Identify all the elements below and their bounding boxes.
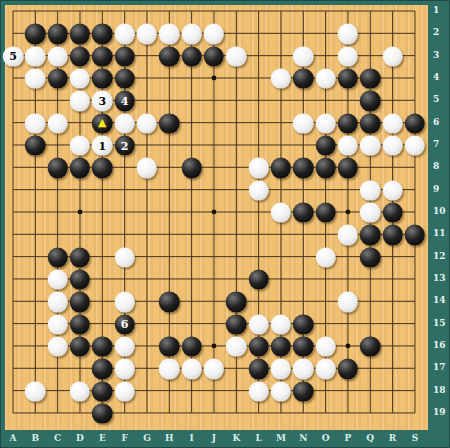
board-intersection-Q9[interactable] — [359, 178, 381, 200]
board-intersection-N9[interactable] — [292, 178, 314, 200]
board-intersection-L11[interactable] — [247, 223, 269, 245]
board-intersection-I9[interactable] — [180, 178, 202, 200]
board-intersection-C7[interactable] — [47, 134, 69, 156]
board-intersection-D8[interactable] — [69, 156, 91, 178]
board-intersection-F14[interactable] — [113, 290, 135, 312]
board-intersection-R14[interactable] — [381, 290, 403, 312]
board-intersection-F3[interactable] — [113, 45, 135, 67]
board-intersection-J4[interactable] — [203, 67, 225, 89]
board-intersection-S7[interactable] — [404, 134, 426, 156]
board-intersection-A14[interactable] — [2, 290, 24, 312]
board-intersection-B14[interactable] — [24, 290, 46, 312]
board-intersection-J10[interactable] — [203, 201, 225, 223]
board-intersection-E17[interactable] — [91, 357, 113, 379]
board-intersection-H13[interactable] — [158, 268, 180, 290]
board-intersection-H7[interactable] — [158, 134, 180, 156]
board-intersection-K7[interactable] — [225, 134, 247, 156]
board-intersection-L8[interactable] — [247, 156, 269, 178]
board-intersection-I3[interactable] — [180, 45, 202, 67]
board-intersection-Q5[interactable] — [359, 89, 381, 111]
board-intersection-L7[interactable] — [247, 134, 269, 156]
board-intersection-O7[interactable] — [314, 134, 336, 156]
board-intersection-G7[interactable] — [136, 134, 158, 156]
board-intersection-P2[interactable] — [337, 22, 359, 44]
board-intersection-C14[interactable] — [47, 290, 69, 312]
board-intersection-K12[interactable] — [225, 245, 247, 267]
board-intersection-J8[interactable] — [203, 156, 225, 178]
board-intersection-N4[interactable] — [292, 67, 314, 89]
board-intersection-B13[interactable] — [24, 268, 46, 290]
board-intersection-N12[interactable] — [292, 245, 314, 267]
board-intersection-P9[interactable] — [337, 178, 359, 200]
board-intersection-E19[interactable] — [91, 402, 113, 424]
board-intersection-K19[interactable] — [225, 402, 247, 424]
board-intersection-L19[interactable] — [247, 402, 269, 424]
board-intersection-S18[interactable] — [404, 379, 426, 401]
board-intersection-M14[interactable] — [270, 290, 292, 312]
board-intersection-F7[interactable]: 2 — [113, 134, 135, 156]
board-intersection-H3[interactable] — [158, 45, 180, 67]
board-intersection-O18[interactable] — [314, 379, 336, 401]
board-intersection-I13[interactable] — [180, 268, 202, 290]
board-intersection-D7[interactable] — [69, 134, 91, 156]
board-intersection-A18[interactable] — [2, 379, 24, 401]
board-intersection-E18[interactable] — [91, 379, 113, 401]
board-intersection-G8[interactable] — [136, 156, 158, 178]
board-intersection-M12[interactable] — [270, 245, 292, 267]
board-intersection-A15[interactable] — [2, 312, 24, 334]
board-intersection-R2[interactable] — [381, 22, 403, 44]
board-intersection-H11[interactable] — [158, 223, 180, 245]
board-intersection-E6[interactable]: ▲ — [91, 111, 113, 133]
board-intersection-R6[interactable] — [381, 111, 403, 133]
board-intersection-E11[interactable] — [91, 223, 113, 245]
board-intersection-A10[interactable] — [2, 201, 24, 223]
board-intersection-D6[interactable] — [69, 111, 91, 133]
board-intersection-J7[interactable] — [203, 134, 225, 156]
board-intersection-G14[interactable] — [136, 290, 158, 312]
board-intersection-Q6[interactable] — [359, 111, 381, 133]
board-intersection-H19[interactable] — [158, 402, 180, 424]
board-intersection-M16[interactable] — [270, 335, 292, 357]
board-intersection-I7[interactable] — [180, 134, 202, 156]
board-intersection-L9[interactable] — [247, 178, 269, 200]
board-intersection-O14[interactable] — [314, 290, 336, 312]
board-intersection-I1[interactable] — [180, 0, 202, 22]
board-intersection-P6[interactable] — [337, 111, 359, 133]
board-intersection-D11[interactable] — [69, 223, 91, 245]
board-intersection-L10[interactable] — [247, 201, 269, 223]
board-intersection-J11[interactable] — [203, 223, 225, 245]
board-intersection-N13[interactable] — [292, 268, 314, 290]
board-intersection-M8[interactable] — [270, 156, 292, 178]
board-intersection-Q17[interactable] — [359, 357, 381, 379]
board-intersection-P7[interactable] — [337, 134, 359, 156]
board-intersection-S15[interactable] — [404, 312, 426, 334]
board-intersection-H14[interactable] — [158, 290, 180, 312]
board-intersection-B19[interactable] — [24, 402, 46, 424]
board-intersection-F19[interactable] — [113, 402, 135, 424]
board-intersection-P14[interactable] — [337, 290, 359, 312]
board-intersection-A7[interactable] — [2, 134, 24, 156]
board-intersection-N15[interactable] — [292, 312, 314, 334]
board-intersection-H9[interactable] — [158, 178, 180, 200]
board-intersection-M9[interactable] — [270, 178, 292, 200]
board-intersection-C16[interactable] — [47, 335, 69, 357]
board-intersection-I18[interactable] — [180, 379, 202, 401]
board-intersection-F17[interactable] — [113, 357, 135, 379]
board-intersection-P17[interactable] — [337, 357, 359, 379]
board-intersection-A9[interactable] — [2, 178, 24, 200]
board-intersection-B5[interactable] — [24, 89, 46, 111]
board-intersection-B2[interactable] — [24, 22, 46, 44]
board-intersection-J17[interactable] — [203, 357, 225, 379]
board-intersection-G15[interactable] — [136, 312, 158, 334]
board-intersection-F2[interactable] — [113, 22, 135, 44]
board-intersection-S12[interactable] — [404, 245, 426, 267]
board-intersection-O8[interactable] — [314, 156, 336, 178]
board-intersection-E8[interactable] — [91, 156, 113, 178]
board-intersection-I2[interactable] — [180, 22, 202, 44]
board-intersection-E9[interactable] — [91, 178, 113, 200]
board-intersection-R1[interactable] — [381, 0, 403, 22]
board-intersection-C18[interactable] — [47, 379, 69, 401]
board-intersection-S1[interactable] — [404, 0, 426, 22]
board-intersection-J18[interactable] — [203, 379, 225, 401]
board-intersection-H4[interactable] — [158, 67, 180, 89]
board-intersection-E5[interactable]: 3 — [91, 89, 113, 111]
board-intersection-B10[interactable] — [24, 201, 46, 223]
board-intersection-N14[interactable] — [292, 290, 314, 312]
board-intersection-C10[interactable] — [47, 201, 69, 223]
board-intersection-Q3[interactable] — [359, 45, 381, 67]
board-intersection-C12[interactable] — [47, 245, 69, 267]
board-intersection-K10[interactable] — [225, 201, 247, 223]
board-intersection-A8[interactable] — [2, 156, 24, 178]
board-intersection-S4[interactable] — [404, 67, 426, 89]
board-intersection-E12[interactable] — [91, 245, 113, 267]
board-intersection-J15[interactable] — [203, 312, 225, 334]
board-intersection-D19[interactable] — [69, 402, 91, 424]
board-intersection-A6[interactable] — [2, 111, 24, 133]
board-intersection-I10[interactable] — [180, 201, 202, 223]
board-intersection-C1[interactable] — [47, 0, 69, 22]
board-intersection-S2[interactable] — [404, 22, 426, 44]
board-intersection-M7[interactable] — [270, 134, 292, 156]
board-intersection-S8[interactable] — [404, 156, 426, 178]
board-intersection-S6[interactable] — [404, 111, 426, 133]
board-intersection-F12[interactable] — [113, 245, 135, 267]
board-intersection-B8[interactable] — [24, 156, 46, 178]
board-intersection-L17[interactable] — [247, 357, 269, 379]
board-intersection-M11[interactable] — [270, 223, 292, 245]
board-intersection-P4[interactable] — [337, 67, 359, 89]
board-intersection-N2[interactable] — [292, 22, 314, 44]
board-intersection-G16[interactable] — [136, 335, 158, 357]
board-intersection-P19[interactable] — [337, 402, 359, 424]
board-intersection-N18[interactable] — [292, 379, 314, 401]
board-intersection-I19[interactable] — [180, 402, 202, 424]
board-intersection-C11[interactable] — [47, 223, 69, 245]
board-intersection-B9[interactable] — [24, 178, 46, 200]
board-intersection-N8[interactable] — [292, 156, 314, 178]
board-intersection-C4[interactable] — [47, 67, 69, 89]
board-intersection-C2[interactable] — [47, 22, 69, 44]
board-intersection-S3[interactable] — [404, 45, 426, 67]
board-intersection-G13[interactable] — [136, 268, 158, 290]
board-intersection-R12[interactable] — [381, 245, 403, 267]
board-intersection-M5[interactable] — [270, 89, 292, 111]
board-intersection-H15[interactable] — [158, 312, 180, 334]
board-intersection-A16[interactable] — [2, 335, 24, 357]
board-intersection-A19[interactable] — [2, 402, 24, 424]
board-intersection-G6[interactable] — [136, 111, 158, 133]
board-intersection-L14[interactable] — [247, 290, 269, 312]
board-intersection-A5[interactable] — [2, 89, 24, 111]
go-board[interactable]: 534▲126 — [5, 5, 428, 430]
board-intersection-D5[interactable] — [69, 89, 91, 111]
board-intersection-I11[interactable] — [180, 223, 202, 245]
board-intersection-N19[interactable] — [292, 402, 314, 424]
board-intersection-O6[interactable] — [314, 111, 336, 133]
board-intersection-A17[interactable] — [2, 357, 24, 379]
board-intersection-Q19[interactable] — [359, 402, 381, 424]
board-intersection-O2[interactable] — [314, 22, 336, 44]
board-intersection-E14[interactable] — [91, 290, 113, 312]
board-intersection-H17[interactable] — [158, 357, 180, 379]
board-intersection-H6[interactable] — [158, 111, 180, 133]
board-intersection-M18[interactable] — [270, 379, 292, 401]
board-intersection-O19[interactable] — [314, 402, 336, 424]
board-intersection-A13[interactable] — [2, 268, 24, 290]
board-intersection-N10[interactable] — [292, 201, 314, 223]
board-intersection-N3[interactable] — [292, 45, 314, 67]
board-intersection-P8[interactable] — [337, 156, 359, 178]
board-intersection-E10[interactable] — [91, 201, 113, 223]
board-intersection-F18[interactable] — [113, 379, 135, 401]
board-intersection-B17[interactable] — [24, 357, 46, 379]
board-intersection-K9[interactable] — [225, 178, 247, 200]
board-intersection-D17[interactable] — [69, 357, 91, 379]
board-intersection-Q14[interactable] — [359, 290, 381, 312]
board-intersection-H12[interactable] — [158, 245, 180, 267]
board-intersection-K2[interactable] — [225, 22, 247, 44]
board-intersection-R9[interactable] — [381, 178, 403, 200]
board-intersection-L3[interactable] — [247, 45, 269, 67]
board-intersection-K13[interactable] — [225, 268, 247, 290]
board-intersection-D15[interactable] — [69, 312, 91, 334]
board-intersection-D4[interactable] — [69, 67, 91, 89]
board-intersection-J16[interactable] — [203, 335, 225, 357]
board-intersection-I4[interactable] — [180, 67, 202, 89]
board-intersection-P18[interactable] — [337, 379, 359, 401]
board-intersection-H18[interactable] — [158, 379, 180, 401]
board-intersection-C17[interactable] — [47, 357, 69, 379]
board-intersection-E13[interactable] — [91, 268, 113, 290]
board-intersection-L2[interactable] — [247, 22, 269, 44]
board-intersection-P1[interactable] — [337, 0, 359, 22]
board-intersection-Q2[interactable] — [359, 22, 381, 44]
board-intersection-B11[interactable] — [24, 223, 46, 245]
board-intersection-K11[interactable] — [225, 223, 247, 245]
board-intersection-G12[interactable] — [136, 245, 158, 267]
board-intersection-F15[interactable]: 6 — [113, 312, 135, 334]
board-intersection-M19[interactable] — [270, 402, 292, 424]
board-intersection-O11[interactable] — [314, 223, 336, 245]
board-intersection-A11[interactable] — [2, 223, 24, 245]
board-intersection-Q16[interactable] — [359, 335, 381, 357]
board-intersection-A1[interactable] — [2, 0, 24, 22]
board-intersection-C19[interactable] — [47, 402, 69, 424]
board-intersection-H16[interactable] — [158, 335, 180, 357]
board-intersection-K17[interactable] — [225, 357, 247, 379]
board-intersection-K14[interactable] — [225, 290, 247, 312]
board-intersection-R5[interactable] — [381, 89, 403, 111]
board-intersection-G4[interactable] — [136, 67, 158, 89]
board-intersection-D13[interactable] — [69, 268, 91, 290]
board-intersection-B18[interactable] — [24, 379, 46, 401]
board-intersection-D16[interactable] — [69, 335, 91, 357]
board-intersection-N5[interactable] — [292, 89, 314, 111]
board-intersection-C3[interactable] — [47, 45, 69, 67]
board-intersection-L12[interactable] — [247, 245, 269, 267]
board-intersection-O1[interactable] — [314, 0, 336, 22]
board-intersection-C6[interactable] — [47, 111, 69, 133]
board-intersection-K5[interactable] — [225, 89, 247, 111]
board-intersection-E4[interactable] — [91, 67, 113, 89]
board-intersection-O16[interactable] — [314, 335, 336, 357]
board-intersection-J13[interactable] — [203, 268, 225, 290]
board-intersection-H10[interactable] — [158, 201, 180, 223]
board-intersection-I14[interactable] — [180, 290, 202, 312]
board-intersection-P13[interactable] — [337, 268, 359, 290]
board-intersection-G5[interactable] — [136, 89, 158, 111]
board-intersection-Q13[interactable] — [359, 268, 381, 290]
board-intersection-P10[interactable] — [337, 201, 359, 223]
board-intersection-L15[interactable] — [247, 312, 269, 334]
board-intersection-H1[interactable] — [158, 0, 180, 22]
board-intersection-J19[interactable] — [203, 402, 225, 424]
board-intersection-E16[interactable] — [91, 335, 113, 357]
board-intersection-M13[interactable] — [270, 268, 292, 290]
board-intersection-Q4[interactable] — [359, 67, 381, 89]
board-intersection-E15[interactable] — [91, 312, 113, 334]
board-intersection-J12[interactable] — [203, 245, 225, 267]
board-intersection-F6[interactable] — [113, 111, 135, 133]
board-intersection-J6[interactable] — [203, 111, 225, 133]
board-intersection-S13[interactable] — [404, 268, 426, 290]
board-intersection-D12[interactable] — [69, 245, 91, 267]
board-intersection-L5[interactable] — [247, 89, 269, 111]
board-intersection-O17[interactable] — [314, 357, 336, 379]
board-intersection-P5[interactable] — [337, 89, 359, 111]
board-intersection-I5[interactable] — [180, 89, 202, 111]
board-intersection-F11[interactable] — [113, 223, 135, 245]
board-intersection-K8[interactable] — [225, 156, 247, 178]
board-intersection-I15[interactable] — [180, 312, 202, 334]
board-intersection-B16[interactable] — [24, 335, 46, 357]
board-intersection-H8[interactable] — [158, 156, 180, 178]
board-intersection-P12[interactable] — [337, 245, 359, 267]
board-intersection-S17[interactable] — [404, 357, 426, 379]
board-intersection-O9[interactable] — [314, 178, 336, 200]
board-intersection-A2[interactable] — [2, 22, 24, 44]
board-intersection-F5[interactable]: 4 — [113, 89, 135, 111]
board-intersection-S16[interactable] — [404, 335, 426, 357]
board-intersection-N11[interactable] — [292, 223, 314, 245]
board-intersection-G18[interactable] — [136, 379, 158, 401]
board-intersection-D18[interactable] — [69, 379, 91, 401]
board-intersection-J3[interactable] — [203, 45, 225, 67]
board-intersection-Q15[interactable] — [359, 312, 381, 334]
board-intersection-R3[interactable] — [381, 45, 403, 67]
board-intersection-R8[interactable] — [381, 156, 403, 178]
board-intersection-O15[interactable] — [314, 312, 336, 334]
board-intersection-D10[interactable] — [69, 201, 91, 223]
board-intersection-N7[interactable] — [292, 134, 314, 156]
board-intersection-G2[interactable] — [136, 22, 158, 44]
board-intersection-Q12[interactable] — [359, 245, 381, 267]
board-intersection-P11[interactable] — [337, 223, 359, 245]
board-intersection-K4[interactable] — [225, 67, 247, 89]
board-intersection-C8[interactable] — [47, 156, 69, 178]
board-intersection-I16[interactable] — [180, 335, 202, 357]
board-intersection-A3[interactable]: 5 — [2, 45, 24, 67]
board-intersection-R11[interactable] — [381, 223, 403, 245]
board-intersection-G11[interactable] — [136, 223, 158, 245]
board-intersection-D9[interactable] — [69, 178, 91, 200]
board-intersection-C5[interactable] — [47, 89, 69, 111]
board-intersection-P16[interactable] — [337, 335, 359, 357]
board-intersection-D1[interactable] — [69, 0, 91, 22]
board-intersection-D2[interactable] — [69, 22, 91, 44]
board-intersection-E7[interactable]: 1 — [91, 134, 113, 156]
board-intersection-R18[interactable] — [381, 379, 403, 401]
board-intersection-F9[interactable] — [113, 178, 135, 200]
board-intersection-M3[interactable] — [270, 45, 292, 67]
board-intersection-F16[interactable] — [113, 335, 135, 357]
board-intersection-F8[interactable] — [113, 156, 135, 178]
board-intersection-I12[interactable] — [180, 245, 202, 267]
board-intersection-O13[interactable] — [314, 268, 336, 290]
board-intersection-F13[interactable] — [113, 268, 135, 290]
board-intersection-B6[interactable] — [24, 111, 46, 133]
board-intersection-Q18[interactable] — [359, 379, 381, 401]
board-intersection-F4[interactable] — [113, 67, 135, 89]
board-intersection-R4[interactable] — [381, 67, 403, 89]
board-intersection-A4[interactable] — [2, 67, 24, 89]
board-intersection-H2[interactable] — [158, 22, 180, 44]
board-intersection-A12[interactable] — [2, 245, 24, 267]
board-intersection-K3[interactable] — [225, 45, 247, 67]
board-intersection-O12[interactable] — [314, 245, 336, 267]
board-intersection-Q10[interactable] — [359, 201, 381, 223]
board-intersection-R15[interactable] — [381, 312, 403, 334]
board-intersection-J2[interactable] — [203, 22, 225, 44]
board-intersection-Q11[interactable] — [359, 223, 381, 245]
board-intersection-C15[interactable] — [47, 312, 69, 334]
board-intersection-I17[interactable] — [180, 357, 202, 379]
board-intersection-F10[interactable] — [113, 201, 135, 223]
board-intersection-M4[interactable] — [270, 67, 292, 89]
board-grid[interactable]: 534▲126 — [2, 0, 426, 424]
board-intersection-R17[interactable] — [381, 357, 403, 379]
board-intersection-D14[interactable] — [69, 290, 91, 312]
board-intersection-N1[interactable] — [292, 0, 314, 22]
board-intersection-H5[interactable] — [158, 89, 180, 111]
board-intersection-L6[interactable] — [247, 111, 269, 133]
board-intersection-B12[interactable] — [24, 245, 46, 267]
